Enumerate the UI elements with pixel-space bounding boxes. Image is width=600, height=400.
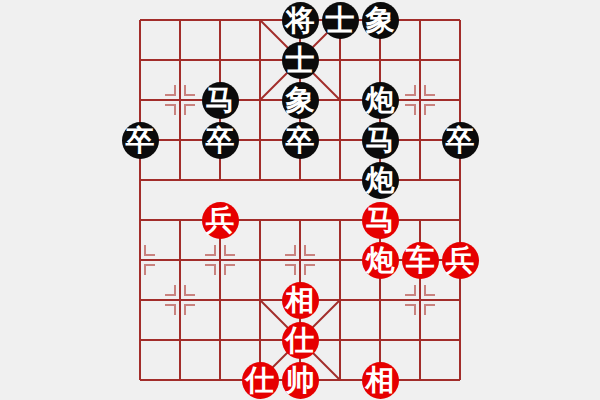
piece-black-elephant-g10[interactable]: 象 — [362, 2, 399, 39]
piece-black-general-e10[interactable]: 将 — [282, 2, 319, 39]
piece-black-horse-g7[interactable]: 马 — [362, 122, 399, 159]
piece-red-advisor-d1[interactable]: 仕 — [242, 362, 279, 399]
piece-red-elephant-g1[interactable]: 相 — [362, 362, 399, 399]
piece-red-advisor-e2[interactable]: 仕 — [282, 322, 319, 359]
piece-black-advisor-f10[interactable]: 士 — [322, 2, 359, 39]
piece-black-cannon-g8[interactable]: 炮 — [362, 82, 399, 119]
piece-red-cannon-g4[interactable]: 炮 — [362, 242, 399, 279]
xiangqi-app: 将士象士马象炮卒卒卒马卒炮兵马炮车兵相仕仕帅相 — [0, 0, 600, 400]
piece-black-pawn-e7[interactable]: 卒 — [282, 122, 319, 159]
piece-red-horse-g5[interactable]: 马 — [362, 202, 399, 239]
xiangqi-board[interactable]: 将士象士马象炮卒卒卒马卒炮兵马炮车兵相仕仕帅相 — [120, 0, 480, 400]
piece-red-pawn-c5[interactable]: 兵 — [202, 202, 239, 239]
piece-black-horse-c8[interactable]: 马 — [202, 82, 239, 119]
piece-black-cannon-g6[interactable]: 炮 — [362, 162, 399, 199]
piece-black-elephant-e8[interactable]: 象 — [282, 82, 319, 119]
piece-black-pawn-i7[interactable]: 卒 — [442, 122, 479, 159]
piece-red-elephant-e3[interactable]: 相 — [282, 282, 319, 319]
piece-red-pawn-i4[interactable]: 兵 — [442, 242, 479, 279]
piece-black-pawn-c7[interactable]: 卒 — [202, 122, 239, 159]
piece-red-general-e1[interactable]: 帅 — [282, 362, 319, 399]
piece-black-pawn-a7[interactable]: 卒 — [122, 122, 159, 159]
piece-black-advisor-e9[interactable]: 士 — [282, 42, 319, 79]
piece-red-chariot-h4[interactable]: 车 — [402, 242, 439, 279]
